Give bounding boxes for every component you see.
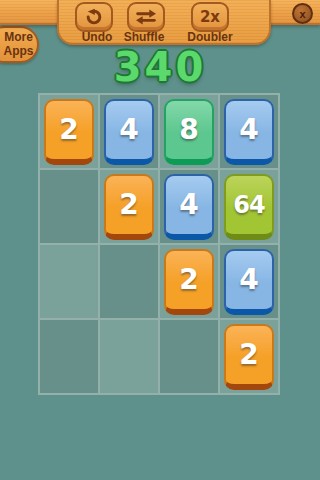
close-icon: x xyxy=(299,8,305,20)
tile-2-r2c2[interactable]: 2 xyxy=(104,174,154,240)
cell-r1c3: 8 xyxy=(160,95,218,168)
cell-r3c4: 4 xyxy=(220,245,278,318)
undo-rotate-left-icon xyxy=(84,7,104,27)
shuffle-button-label: Shuffle xyxy=(124,30,165,44)
tile-4-r3c4[interactable]: 4 xyxy=(224,249,274,315)
shuffle-arrows-icon xyxy=(134,7,158,27)
tile-2-r4c4[interactable]: 2 xyxy=(224,324,274,390)
board[interactable]: 24842464242 xyxy=(38,93,280,395)
more-apps-tab[interactable]: More Apps xyxy=(0,26,39,63)
doubler-button-label: Doubler xyxy=(187,30,232,44)
tile-4-r2c3[interactable]: 4 xyxy=(164,174,214,240)
tile-2-r3c3[interactable]: 2 xyxy=(164,249,214,315)
tile-2-r1c1[interactable]: 2 xyxy=(44,99,94,165)
cell-r2c1 xyxy=(40,170,98,243)
cell-r1c1: 2 xyxy=(40,95,98,168)
undo-button-label: Undo xyxy=(82,30,113,44)
cell-r1c4: 4 xyxy=(220,95,278,168)
more-apps-label-line1: More xyxy=(4,31,33,44)
tile-64-r2c4[interactable]: 64 xyxy=(224,174,274,240)
cell-r3c2 xyxy=(100,245,158,318)
close-button[interactable]: x xyxy=(292,3,313,24)
cell-r2c2: 2 xyxy=(100,170,158,243)
tile-8-r1c3[interactable]: 8 xyxy=(164,99,214,165)
score-display: 340 xyxy=(0,46,320,88)
cell-r4c1 xyxy=(40,320,98,393)
cell-r4c2 xyxy=(100,320,158,393)
game-screen: 2x Undo Shuffle Doubler x More Apps 340 … xyxy=(0,0,320,480)
tile-4-r1c2[interactable]: 4 xyxy=(104,99,154,165)
cell-r4c4: 2 xyxy=(220,320,278,393)
cell-r3c1 xyxy=(40,245,98,318)
undo-button[interactable] xyxy=(75,2,113,32)
shuffle-button[interactable] xyxy=(127,2,165,32)
cell-r2c3: 4 xyxy=(160,170,218,243)
doubler-2x-icon: 2x xyxy=(200,8,220,26)
cell-r4c3 xyxy=(160,320,218,393)
cell-r3c3: 2 xyxy=(160,245,218,318)
cell-r2c4: 64 xyxy=(220,170,278,243)
tile-4-r1c4[interactable]: 4 xyxy=(224,99,274,165)
doubler-button[interactable]: 2x xyxy=(191,2,229,32)
more-apps-label-line2: Apps xyxy=(4,45,34,58)
cell-r1c2: 4 xyxy=(100,95,158,168)
